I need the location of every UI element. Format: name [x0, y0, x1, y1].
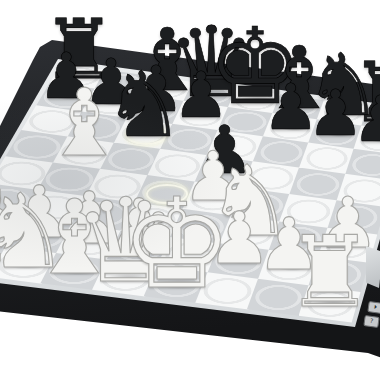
pieces-layer: ♜♝♛♚♝♞♜♟♟♟♟♟♟♟♞♝♟♟♞♟♟♟♟♟♟♟♜♞♝♛♚♜	[0, 0, 380, 380]
scene-layer: ♜♝♛♚♝♞♜♟♟♟♟♟♟♟♞♝♟♟♞♟♟♟♟♟♟♟♜♞♝♛♚♜ ⏵ ?	[0, 0, 380, 380]
piece-shadow	[122, 245, 165, 253]
chess-computer-scene: ♜♝♛♚♝♞♜♟♟♟♟♟♟♟♞♝♟♟♞♟♟♟♟♟♟♟♜♞♝♛♚♜ ⏵ ?	[0, 0, 380, 380]
piece-shadow	[22, 232, 65, 240]
piece-shadow	[225, 228, 284, 239]
help-icon: ?	[370, 317, 374, 324]
led-ring-d4	[146, 184, 188, 204]
piece-shadow	[366, 137, 380, 144]
piece-shadow	[186, 112, 224, 119]
piece-shadow	[141, 106, 179, 113]
piece-shadow	[209, 168, 249, 175]
piece-shadow	[51, 94, 89, 101]
piece-shadow	[277, 102, 329, 111]
piece-shadow	[121, 129, 175, 139]
piece-shadow	[197, 195, 238, 203]
piece-shadow	[58, 71, 108, 80]
piece-shadow	[304, 298, 363, 309]
piece-shadow	[72, 238, 115, 246]
piece-shadow	[0, 226, 15, 234]
piece-shadow	[60, 148, 116, 158]
panel-play-button[interactable]: ⏵	[367, 301, 380, 314]
piece-shadow	[96, 100, 134, 107]
piece-shadow	[321, 108, 373, 117]
panel-display	[366, 246, 380, 289]
piece-shadow	[271, 264, 314, 272]
panel-help-button[interactable]: ?	[363, 315, 379, 328]
piece-shadow	[276, 125, 314, 132]
piece-shadow	[321, 131, 359, 138]
piece-shadow	[367, 114, 380, 123]
play-icon: ⏵	[374, 303, 378, 310]
piece-shadow	[222, 258, 265, 266]
piece-shadow	[143, 278, 218, 292]
